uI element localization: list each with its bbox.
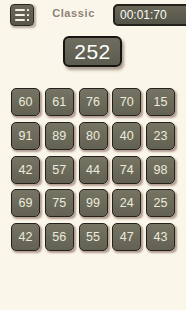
number-tile[interactable]: 75 (45, 189, 74, 217)
mode-title: Classic (34, 7, 113, 19)
number-tile[interactable]: 80 (79, 122, 108, 150)
number-tile[interactable]: 44 (79, 156, 108, 184)
number-tile[interactable]: 91 (11, 122, 40, 150)
number-tile[interactable]: 47 (112, 223, 141, 251)
number-tile[interactable]: 42 (11, 156, 40, 184)
number-tile[interactable]: 43 (146, 223, 175, 251)
timer-display: 00:01:70 (113, 4, 186, 26)
number-tile[interactable]: 23 (146, 122, 175, 150)
number-tile[interactable]: 69 (11, 189, 40, 217)
game-screen: Classic 00:01:70 252 6061767015918980402… (0, 0, 186, 310)
number-tile[interactable]: 74 (112, 156, 141, 184)
number-tile[interactable]: 55 (79, 223, 108, 251)
number-tile[interactable]: 57 (45, 156, 74, 184)
number-tile[interactable]: 25 (146, 189, 175, 217)
number-tile[interactable]: 61 (45, 88, 74, 116)
number-tile[interactable]: 15 (146, 88, 175, 116)
menu-button[interactable] (10, 4, 34, 26)
number-tile[interactable]: 98 (146, 156, 175, 184)
number-tile[interactable]: 56 (45, 223, 74, 251)
number-tile[interactable]: 40 (112, 122, 141, 150)
number-tile[interactable]: 24 (112, 189, 141, 217)
number-tile[interactable]: 76 (79, 88, 108, 116)
list-menu-icon (15, 9, 30, 22)
number-tile[interactable]: 70 (112, 88, 141, 116)
number-tile[interactable]: 60 (11, 88, 40, 116)
number-tile[interactable]: 89 (45, 122, 74, 150)
number-tile[interactable]: 42 (11, 223, 40, 251)
target-number: 252 (63, 36, 122, 67)
number-tile[interactable]: 99 (79, 189, 108, 217)
number-grid: 6061767015918980402342574474986975992425… (11, 88, 175, 251)
